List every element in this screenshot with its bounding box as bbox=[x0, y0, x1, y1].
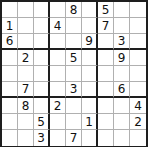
cell-r8c8[interactable] bbox=[114, 114, 130, 130]
cell-r1c8[interactable] bbox=[114, 2, 130, 18]
cell-r9c3[interactable]: 3 bbox=[34, 130, 50, 146]
cell-r4c6[interactable] bbox=[82, 50, 98, 66]
cell-r7c8[interactable] bbox=[114, 98, 130, 114]
cell-digit: 7 bbox=[22, 83, 30, 95]
cell-r2c9[interactable] bbox=[130, 18, 146, 34]
cell-digit: 5 bbox=[37, 116, 45, 128]
cell-r4c3[interactable] bbox=[34, 50, 50, 66]
cell-r3c1[interactable]: 6 bbox=[2, 34, 18, 50]
cell-r3c6[interactable]: 9 bbox=[82, 34, 98, 50]
cell-digit: 9 bbox=[85, 35, 93, 47]
cell-r2c6[interactable] bbox=[82, 18, 98, 34]
cell-r9c7[interactable] bbox=[98, 130, 114, 146]
sudoku-page: 8514769325973682451237 bbox=[0, 0, 150, 147]
cell-r9c9[interactable] bbox=[130, 130, 146, 146]
cell-r9c6[interactable] bbox=[82, 130, 98, 146]
cell-r6c9[interactable] bbox=[130, 82, 146, 98]
cell-digit: 2 bbox=[22, 52, 30, 64]
cell-digit: 9 bbox=[118, 52, 126, 64]
cell-r7c7[interactable] bbox=[98, 98, 114, 114]
cell-r5c9[interactable] bbox=[130, 66, 146, 82]
cell-r4c5[interactable]: 5 bbox=[66, 50, 82, 66]
cell-r1c5[interactable]: 8 bbox=[66, 2, 82, 18]
cell-r8c1[interactable] bbox=[2, 114, 18, 130]
cell-r7c6[interactable] bbox=[82, 98, 98, 114]
cell-r5c5[interactable] bbox=[66, 66, 82, 82]
cell-r5c4[interactable] bbox=[50, 66, 66, 82]
cell-digit: 3 bbox=[70, 83, 78, 95]
cell-digit: 7 bbox=[102, 20, 110, 32]
cell-digit: 5 bbox=[70, 52, 78, 64]
cell-r7c1[interactable] bbox=[2, 98, 18, 114]
cell-r6c1[interactable] bbox=[2, 82, 18, 98]
cell-r6c3[interactable] bbox=[34, 82, 50, 98]
cell-digit: 1 bbox=[85, 116, 93, 128]
cell-digit: 3 bbox=[37, 132, 45, 144]
cell-digit: 3 bbox=[118, 35, 126, 47]
cell-r8c6[interactable]: 1 bbox=[82, 114, 98, 130]
cell-r1c3[interactable] bbox=[34, 2, 50, 18]
cell-r7c5[interactable] bbox=[66, 98, 82, 114]
cell-digit: 6 bbox=[118, 83, 126, 95]
cell-digit: 7 bbox=[70, 132, 78, 144]
cell-r8c2[interactable] bbox=[18, 114, 34, 130]
cell-r8c4[interactable] bbox=[50, 114, 66, 130]
cell-r2c2[interactable] bbox=[18, 18, 34, 34]
cell-r3c7[interactable] bbox=[98, 34, 114, 50]
cell-digit: 1 bbox=[6, 20, 14, 32]
cell-r8c3[interactable]: 5 bbox=[34, 114, 50, 130]
cell-r3c4[interactable] bbox=[50, 34, 66, 50]
cell-r9c5[interactable]: 7 bbox=[66, 130, 82, 146]
cell-r3c8[interactable]: 3 bbox=[114, 34, 130, 50]
cell-r6c8[interactable]: 6 bbox=[114, 82, 130, 98]
cell-r3c3[interactable] bbox=[34, 34, 50, 50]
cell-r7c9[interactable]: 4 bbox=[130, 98, 146, 114]
cell-r5c1[interactable] bbox=[2, 66, 18, 82]
cell-r7c2[interactable]: 8 bbox=[18, 98, 34, 114]
cell-digit: 8 bbox=[22, 100, 30, 112]
cell-r9c4[interactable] bbox=[50, 130, 66, 146]
cell-digit: 5 bbox=[102, 4, 110, 16]
cell-r5c8[interactable] bbox=[114, 66, 130, 82]
cell-r2c3[interactable] bbox=[34, 18, 50, 34]
cell-r1c6[interactable] bbox=[82, 2, 98, 18]
cell-r4c1[interactable] bbox=[2, 50, 18, 66]
cell-r6c6[interactable] bbox=[82, 82, 98, 98]
cell-r2c5[interactable] bbox=[66, 18, 82, 34]
cell-r7c3[interactable] bbox=[34, 98, 50, 114]
cell-r9c8[interactable] bbox=[114, 130, 130, 146]
cell-r6c7[interactable] bbox=[98, 82, 114, 98]
sudoku-board: 8514769325973682451237 bbox=[0, 0, 148, 147]
cell-r1c1[interactable] bbox=[2, 2, 18, 18]
cell-r4c2[interactable]: 2 bbox=[18, 50, 34, 66]
cell-r5c2[interactable] bbox=[18, 66, 34, 82]
cell-r2c8[interactable] bbox=[114, 18, 130, 34]
cell-r9c2[interactable] bbox=[18, 130, 34, 146]
cell-digit: 8 bbox=[70, 4, 78, 16]
cell-r4c4[interactable] bbox=[50, 50, 66, 66]
cell-r4c7[interactable] bbox=[98, 50, 114, 66]
cell-r2c4[interactable]: 4 bbox=[50, 18, 66, 34]
cell-r1c9[interactable] bbox=[130, 2, 146, 18]
cell-r4c8[interactable]: 9 bbox=[114, 50, 130, 66]
cell-r3c2[interactable] bbox=[18, 34, 34, 50]
cell-r1c4[interactable] bbox=[50, 2, 66, 18]
cell-r8c7[interactable] bbox=[98, 114, 114, 130]
cell-r3c5[interactable] bbox=[66, 34, 82, 50]
cell-digit: 2 bbox=[54, 100, 62, 112]
cell-r7c4[interactable]: 2 bbox=[50, 98, 66, 114]
cell-digit: 6 bbox=[6, 35, 14, 47]
cell-r5c7[interactable] bbox=[98, 66, 114, 82]
cell-r8c9[interactable]: 2 bbox=[130, 114, 146, 130]
cell-digit: 2 bbox=[134, 116, 142, 128]
cell-r2c1[interactable]: 1 bbox=[2, 18, 18, 34]
cell-r6c4[interactable] bbox=[50, 82, 66, 98]
cell-r4c9[interactable] bbox=[130, 50, 146, 66]
cell-r2c7[interactable]: 7 bbox=[98, 18, 114, 34]
cell-r5c3[interactable] bbox=[34, 66, 50, 82]
cell-r1c7[interactable]: 5 bbox=[98, 2, 114, 18]
cell-r9c1[interactable] bbox=[2, 130, 18, 146]
cell-r1c2[interactable] bbox=[18, 2, 34, 18]
cell-r6c2[interactable]: 7 bbox=[18, 82, 34, 98]
cell-r6c5[interactable]: 3 bbox=[66, 82, 82, 98]
cell-digit: 4 bbox=[54, 20, 62, 32]
cell-digit: 4 bbox=[134, 100, 142, 112]
cell-r8c5[interactable] bbox=[66, 114, 82, 130]
cell-r5c6[interactable] bbox=[82, 66, 98, 82]
cell-r3c9[interactable] bbox=[130, 34, 146, 50]
